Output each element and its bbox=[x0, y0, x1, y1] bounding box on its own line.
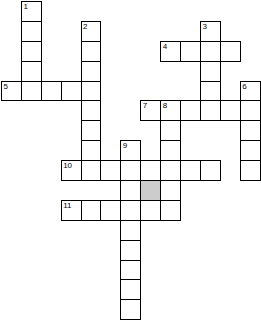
clue-number: 2 bbox=[83, 22, 87, 31]
crossword-board: 1234567891011 bbox=[1, 1, 261, 320]
crossword-cell[interactable] bbox=[61, 81, 82, 102]
crossword-cell[interactable] bbox=[81, 120, 102, 141]
crossword-cell[interactable] bbox=[100, 200, 121, 221]
crossword-cell[interactable] bbox=[180, 41, 201, 62]
crossword-cell[interactable] bbox=[160, 180, 181, 201]
crossword-cell[interactable] bbox=[81, 160, 102, 181]
crossword-cell-highlighted[interactable] bbox=[140, 180, 161, 201]
crossword-cell[interactable] bbox=[21, 41, 42, 62]
clue-number: 11 bbox=[63, 201, 71, 210]
crossword-cell[interactable] bbox=[240, 100, 261, 121]
crossword-cell[interactable] bbox=[140, 160, 161, 181]
clue-number: 1 bbox=[23, 2, 27, 11]
crossword-cell[interactable] bbox=[200, 81, 221, 102]
clue-number: 8 bbox=[163, 101, 167, 110]
crossword-cell[interactable]: 9 bbox=[120, 140, 141, 161]
crossword-cell[interactable] bbox=[120, 299, 141, 320]
crossword-cell[interactable] bbox=[240, 160, 261, 181]
crossword-cell[interactable] bbox=[81, 81, 102, 102]
crossword-cell[interactable] bbox=[200, 41, 221, 62]
crossword-cell[interactable] bbox=[81, 140, 102, 161]
crossword-cell[interactable]: 11 bbox=[61, 200, 82, 221]
crossword-cell[interactable] bbox=[120, 260, 141, 281]
crossword-cell[interactable]: 3 bbox=[200, 21, 221, 42]
crossword-cell[interactable] bbox=[220, 100, 241, 121]
crossword-cell[interactable] bbox=[140, 200, 161, 221]
crossword-cell[interactable] bbox=[120, 200, 141, 221]
crossword-cell[interactable] bbox=[81, 61, 102, 82]
clue-number: 9 bbox=[123, 141, 127, 150]
crossword-cell[interactable]: 2 bbox=[81, 21, 102, 42]
clue-number: 4 bbox=[163, 42, 167, 51]
crossword-cell[interactable] bbox=[21, 61, 42, 82]
crossword-cell[interactable] bbox=[41, 81, 62, 102]
crossword-cell[interactable] bbox=[160, 140, 181, 161]
crossword-cell[interactable] bbox=[240, 120, 261, 141]
crossword-cell[interactable] bbox=[21, 21, 42, 42]
crossword-cell[interactable] bbox=[120, 240, 141, 261]
crossword-cell[interactable]: 6 bbox=[240, 81, 261, 102]
crossword-cell[interactable] bbox=[180, 100, 201, 121]
crossword-cell[interactable] bbox=[120, 220, 141, 241]
crossword-cell[interactable] bbox=[100, 160, 121, 181]
crossword-cell[interactable]: 4 bbox=[160, 41, 181, 62]
crossword-cell[interactable]: 5 bbox=[1, 81, 22, 102]
crossword-cell[interactable] bbox=[81, 200, 102, 221]
crossword-cell[interactable] bbox=[21, 81, 42, 102]
crossword-cell[interactable] bbox=[200, 61, 221, 82]
clue-number: 10 bbox=[63, 161, 72, 170]
crossword-cell[interactable] bbox=[180, 160, 201, 181]
crossword-cell[interactable]: 8 bbox=[160, 100, 181, 121]
clue-number: 6 bbox=[242, 82, 246, 91]
crossword-cell[interactable]: 10 bbox=[61, 160, 82, 181]
crossword-cell[interactable] bbox=[160, 160, 181, 181]
crossword-cell[interactable] bbox=[200, 160, 221, 181]
crossword-cell[interactable] bbox=[120, 279, 141, 300]
crossword-cell[interactable] bbox=[81, 41, 102, 62]
clue-number: 5 bbox=[4, 82, 8, 91]
crossword-cell[interactable]: 1 bbox=[21, 1, 42, 22]
clue-number: 7 bbox=[143, 101, 147, 110]
crossword-cell[interactable] bbox=[120, 160, 141, 181]
crossword-cell[interactable] bbox=[160, 200, 181, 221]
crossword-cell[interactable] bbox=[240, 140, 261, 161]
clue-number: 3 bbox=[202, 22, 206, 31]
crossword-cell[interactable] bbox=[200, 100, 221, 121]
crossword-cell[interactable]: 7 bbox=[140, 100, 161, 121]
crossword-cell[interactable] bbox=[120, 180, 141, 201]
crossword-cell[interactable] bbox=[81, 100, 102, 121]
crossword-cell[interactable] bbox=[160, 120, 181, 141]
crossword-cell[interactable] bbox=[220, 41, 241, 62]
